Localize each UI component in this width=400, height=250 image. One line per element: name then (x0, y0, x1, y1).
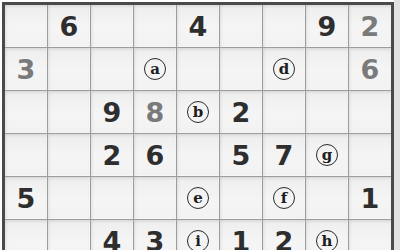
filled-digit: 6 (361, 55, 380, 83)
cell-r2c5[interactable] (177, 48, 219, 90)
filled-digit: 8 (146, 98, 165, 126)
given-digit: 5 (232, 141, 251, 169)
letter-marker-h: h (316, 230, 338, 250)
cell-r1c6[interactable] (220, 5, 262, 47)
cell-r5c7[interactable]: f (263, 177, 305, 219)
cell-r6c6[interactable]: 1 (220, 220, 262, 250)
cell-r4c5[interactable] (177, 134, 219, 176)
cell-r6c1[interactable] (5, 220, 47, 250)
letter-marker-i: i (187, 230, 209, 250)
given-digit: 9 (103, 98, 122, 126)
given-digit: 9 (318, 12, 337, 40)
cell-r1c5[interactable]: 4 (177, 5, 219, 47)
given-digit: 1 (361, 184, 380, 212)
filled-digit: 2 (361, 12, 380, 40)
cell-r1c7[interactable] (263, 5, 305, 47)
cell-r1c1[interactable] (5, 5, 47, 47)
cell-r4c6[interactable]: 5 (220, 134, 262, 176)
cell-r2c3[interactable] (91, 48, 133, 90)
given-digit: 3 (146, 227, 165, 250)
cell-r2c8[interactable] (306, 48, 348, 90)
cell-r6c4[interactable]: 3 (134, 220, 176, 250)
cell-r4c1[interactable] (5, 134, 47, 176)
sudoku-grid: 64923ad698b22657g5ef143i12h (5, 5, 391, 250)
cell-r3c7[interactable] (263, 91, 305, 133)
cell-r6c7[interactable]: 2 (263, 220, 305, 250)
given-digit: 2 (232, 98, 251, 126)
cell-r5c8[interactable] (306, 177, 348, 219)
letter-marker-g: g (316, 144, 338, 166)
cell-r2c7[interactable]: d (263, 48, 305, 90)
given-digit: 5 (17, 184, 36, 212)
cell-r3c5[interactable]: b (177, 91, 219, 133)
cell-r5c1[interactable]: 5 (5, 177, 47, 219)
cell-r2c2[interactable] (48, 48, 90, 90)
given-digit: 6 (146, 141, 165, 169)
letter-marker-b: b (187, 101, 209, 123)
cell-r6c8[interactable]: h (306, 220, 348, 250)
cell-r4c9[interactable] (349, 134, 391, 176)
cell-r3c3[interactable]: 9 (91, 91, 133, 133)
given-digit: 1 (232, 227, 251, 250)
given-digit: 2 (103, 141, 122, 169)
sudoku-board: 64923ad698b22657g5ef143i12h (2, 2, 394, 250)
filled-digit: 3 (17, 55, 36, 83)
cell-r6c9[interactable] (349, 220, 391, 250)
cell-r1c9[interactable]: 2 (349, 5, 391, 47)
cell-r5c6[interactable] (220, 177, 262, 219)
cell-r6c3[interactable]: 4 (91, 220, 133, 250)
letter-marker-a: a (144, 58, 166, 80)
screenshot-stage: 64923ad698b22657g5ef143i12h (0, 0, 400, 250)
given-digit: 2 (275, 227, 294, 250)
cell-r6c2[interactable] (48, 220, 90, 250)
cell-r4c8[interactable]: g (306, 134, 348, 176)
cell-r2c9[interactable]: 6 (349, 48, 391, 90)
window-edge-strip (394, 0, 400, 250)
cell-r3c6[interactable]: 2 (220, 91, 262, 133)
given-digit: 7 (275, 141, 294, 169)
cell-r4c7[interactable]: 7 (263, 134, 305, 176)
cell-r3c2[interactable] (48, 91, 90, 133)
cell-r2c1[interactable]: 3 (5, 48, 47, 90)
cell-r5c4[interactable] (134, 177, 176, 219)
cell-r3c1[interactable] (5, 91, 47, 133)
cell-r5c2[interactable] (48, 177, 90, 219)
letter-marker-e: e (187, 187, 209, 209)
cell-r4c3[interactable]: 2 (91, 134, 133, 176)
given-digit: 4 (189, 12, 208, 40)
given-digit: 6 (60, 12, 79, 40)
cell-r3c9[interactable] (349, 91, 391, 133)
cell-r6c5[interactable]: i (177, 220, 219, 250)
cell-r3c4[interactable]: 8 (134, 91, 176, 133)
cell-r2c4[interactable]: a (134, 48, 176, 90)
cell-r4c4[interactable]: 6 (134, 134, 176, 176)
given-digit: 4 (103, 227, 122, 250)
cell-r4c2[interactable] (48, 134, 90, 176)
cell-r1c4[interactable] (134, 5, 176, 47)
cell-r1c3[interactable] (91, 5, 133, 47)
cell-r5c3[interactable] (91, 177, 133, 219)
cell-r2c6[interactable] (220, 48, 262, 90)
cell-r1c2[interactable]: 6 (48, 5, 90, 47)
letter-marker-f: f (273, 187, 295, 209)
cell-r3c8[interactable] (306, 91, 348, 133)
cell-r5c9[interactable]: 1 (349, 177, 391, 219)
letter-marker-d: d (273, 58, 295, 80)
cell-r1c8[interactable]: 9 (306, 5, 348, 47)
cell-r5c5[interactable]: e (177, 177, 219, 219)
